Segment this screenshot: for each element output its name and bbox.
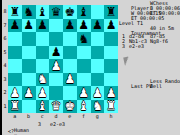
square-e1[interactable]: ♚ [63,100,77,114]
square-a3[interactable] [8,73,22,87]
black-move: Ng8-f6 [150,39,168,44]
square-a2[interactable]: ♟ [8,86,22,100]
square-d4[interactable]: ♟ [49,59,63,73]
status-entered-move: e2-e3 [50,121,65,127]
info-panel: Player WChess W 00:00:15 B 00:00:06 ET 0… [119,0,180,135]
square-e7[interactable]: ♟ [63,19,77,33]
square-d7[interactable] [49,19,63,33]
piece-wp: ♟ [92,87,103,99]
square-f3[interactable] [77,73,91,87]
square-e3[interactable]: ♟ [63,73,77,87]
piece-wk: ♚ [64,100,75,112]
piece-bp: ♟ [78,19,89,31]
square-c2[interactable]: ♟ [36,86,50,100]
file-label-a: a [8,113,22,119]
square-d2[interactable] [49,86,63,100]
square-g2[interactable]: ♟ [91,86,105,100]
last-pv-label: Last PV [131,83,152,89]
square-a5[interactable] [8,46,22,60]
piece-br: ♜ [106,6,117,18]
square-a6[interactable] [8,32,22,46]
piece-wp: ♟ [23,87,34,99]
square-h4[interactable] [104,59,118,73]
white-move: e2-e3 [129,44,144,49]
square-f5[interactable] [77,46,91,60]
command-prompt[interactable]: <?_ [8,128,17,134]
piece-bb: ♝ [78,6,89,18]
square-f7[interactable]: ♟ [77,19,91,33]
square-b1[interactable] [22,100,36,114]
piece-bn: ♞ [78,33,89,45]
square-c4[interactable] [36,59,50,73]
square-d8[interactable]: ♛ [49,5,63,19]
square-e6[interactable] [63,32,77,46]
square-g6[interactable] [91,32,105,46]
file-label-b: b [22,113,36,119]
piece-wp: ♟ [9,87,20,99]
piece-bb: ♝ [37,6,48,18]
square-e4[interactable] [63,59,77,73]
square-f1[interactable]: ♝ [77,100,91,114]
square-d5[interactable]: ♟ [49,46,63,60]
piece-wr: ♜ [9,100,20,112]
piece-wb: ♝ [78,100,89,112]
square-b7[interactable]: ♟ [22,19,36,33]
square-g5[interactable] [91,46,105,60]
move-number: 3 [122,44,125,49]
square-c3[interactable]: ♞ [36,73,50,87]
piece-bn: ♞ [23,6,34,18]
square-b2[interactable]: ♟ [22,86,36,100]
piece-wn: ♞ [37,73,48,85]
square-g8[interactable] [91,5,105,19]
square-e5[interactable] [63,46,77,60]
square-b5[interactable] [22,46,36,60]
piece-wp: ♟ [51,60,62,72]
piece-wb: ♝ [37,100,48,112]
square-f6[interactable]: ♞ [77,32,91,46]
file-label-h: h [104,113,118,119]
black-elapsed-time: ET 00:00:06 [150,11,180,16]
square-f4[interactable] [77,59,91,73]
square-b6[interactable] [22,32,36,46]
square-a4[interactable] [8,59,22,73]
square-e8[interactable]: ♚ [63,5,77,19]
piece-bq: ♛ [51,6,62,18]
square-h7[interactable]: ♟ [104,19,118,33]
square-a8[interactable]: ♜ [8,5,22,19]
square-c6[interactable] [36,32,50,46]
piece-bp: ♟ [23,19,34,31]
square-h1[interactable]: ♜ [104,100,118,114]
square-f2[interactable]: ♟ [77,86,91,100]
file-label-d: d [49,113,63,119]
square-g1[interactable]: ♞ [91,100,105,114]
piece-br: ♜ [9,6,20,18]
square-h8[interactable]: ♜ [104,5,118,19]
piece-wr: ♜ [106,100,117,112]
square-d6[interactable] [49,32,63,46]
bell-option-label: Bell [150,84,162,89]
square-c8[interactable]: ♝ [36,5,50,19]
square-f8[interactable]: ♝ [77,5,91,19]
square-a7[interactable]: ♟ [8,19,22,33]
square-h3[interactable] [104,73,118,87]
piece-wp: ♟ [78,87,89,99]
status-line: Human 3 e2-e3 [8,121,29,127]
square-d1[interactable]: ♛ [49,100,63,114]
file-label-g: g [91,113,105,119]
square-g7[interactable]: ♟ [91,19,105,33]
square-c1[interactable]: ♝ [36,100,50,114]
piece-bk: ♚ [64,6,75,18]
file-labels: abcdefgh [8,113,118,119]
square-c7[interactable]: ♟ [36,19,50,33]
piece-wq: ♛ [51,100,62,112]
piece-wp: ♟ [64,73,75,85]
square-h5[interactable] [104,46,118,60]
square-a1[interactable]: ♜ [8,100,22,114]
piece-wn: ♞ [92,100,103,112]
square-g3[interactable] [91,73,105,87]
piece-wp: ♟ [106,87,117,99]
bell-row: Bell [119,84,131,99]
chess-board[interactable]: ♜♞♝♛♚♝♜♟♟♟♟♟♟♟♞♟♟♞♟♟♟♟♟♟♟♜♝♛♚♝♞♜ [8,5,118,113]
file-label-c: c [36,113,50,119]
file-label-f: f [77,113,91,119]
piece-wp: ♟ [37,87,48,99]
square-b8[interactable]: ♞ [22,5,36,19]
piece-bp: ♟ [92,19,103,31]
piece-bp: ♟ [37,19,48,31]
piece-bp: ♟ [51,46,62,58]
piece-bp: ♟ [106,19,117,31]
piece-bp: ♟ [9,19,20,31]
square-b4[interactable] [22,59,36,73]
square-c5[interactable] [36,46,50,60]
square-g4[interactable] [91,59,105,73]
square-h2[interactable]: ♟ [104,86,118,100]
time-control-label: 40 in 5m [150,26,174,31]
file-label-e: e [63,113,77,119]
square-d3[interactable] [49,73,63,87]
piece-bp: ♟ [64,19,75,31]
square-b3[interactable] [22,73,36,87]
square-e2[interactable] [63,86,77,100]
status-move-number: 3 [38,121,41,127]
square-h6[interactable] [104,32,118,46]
